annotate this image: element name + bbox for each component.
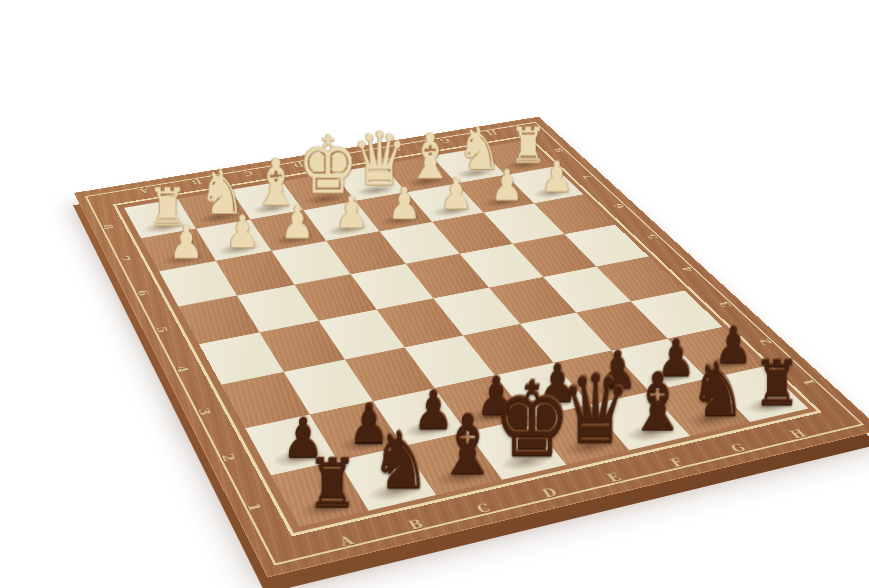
rank-label: 4: [655, 258, 720, 280]
piece-black-knight-g1[interactable]: ♞: [689, 356, 746, 426]
piece-black-knight-b1[interactable]: ♞: [370, 425, 430, 500]
rank-label: 6: [589, 196, 650, 216]
piece-white-pawn-b7[interactable]: ♟: [225, 211, 259, 254]
piece-black-bishop-c1[interactable]: ♝: [436, 406, 499, 484]
piece-black-king-d1[interactable]: ♚: [493, 372, 571, 469]
square-a1[interactable]: ♜: [271, 461, 368, 527]
piece-black-rook-h1[interactable]: ♜: [753, 353, 800, 412]
piece-white-pawn-c7[interactable]: ♟: [281, 202, 315, 244]
rank-label: 5: [621, 226, 684, 247]
piece-black-rook-a1[interactable]: ♜: [306, 451, 358, 515]
scene: ♜♞♝♚♛♝♞♜♟♟♟♟♟♟♟♟♟♟♟♟♟♟♟♟♜♞♝♚♛♝♞♜ ABCDEFG…: [0, 0, 869, 588]
piece-white-pawn-f7[interactable]: ♟: [440, 174, 473, 215]
piece-white-pawn-e7[interactable]: ♟: [388, 183, 421, 224]
piece-white-pawn-d7[interactable]: ♟: [335, 192, 369, 234]
product-photo-stage: ♜♞♝♚♛♝♞♜♟♟♟♟♟♟♟♟♟♟♟♟♟♟♟♟♜♞♝♚♛♝♞♜ ABCDEFG…: [0, 0, 869, 588]
board-frame: ♜♞♝♚♛♝♞♜♟♟♟♟♟♟♟♟♟♟♟♟♟♟♟♟♜♞♝♚♛♝♞♜ ABCDEFG…: [74, 117, 869, 578]
piece-white-pawn-a7[interactable]: ♟: [169, 221, 204, 264]
chess-board: ♜♞♝♚♛♝♞♜♟♟♟♟♟♟♟♟♟♟♟♟♟♟♟♟♜♞♝♚♛♝♞♜ ABCDEFG…: [74, 117, 869, 578]
piece-white-pawn-g7[interactable]: ♟: [491, 165, 524, 206]
piece-black-bishop-f1[interactable]: ♝: [627, 364, 688, 440]
